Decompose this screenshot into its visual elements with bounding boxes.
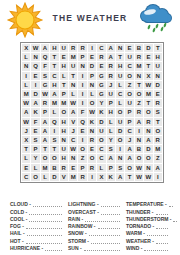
- grid-cell: I: [78, 99, 86, 107]
- grid-cell: R: [97, 53, 105, 61]
- grid-cell: W: [22, 99, 30, 107]
- grid-cell: V: [60, 173, 68, 181]
- grid-cell: R: [78, 44, 86, 52]
- word-entry: SUN -: [68, 244, 126, 251]
- grid-cell: A: [41, 136, 49, 144]
- grid-cell: L: [107, 118, 115, 126]
- grid-cell: N: [69, 81, 77, 89]
- grid-cell: I: [154, 173, 162, 181]
- grid-cell: D: [31, 90, 39, 98]
- word-entry: HOT -: [10, 236, 68, 243]
- grid-cell: C: [97, 154, 105, 162]
- grid-cell: W: [135, 173, 143, 181]
- grid-cell: P: [107, 99, 115, 107]
- grid-cell: E: [69, 164, 77, 172]
- grid-cell: T: [154, 44, 162, 52]
- grid-cell: C: [69, 136, 77, 144]
- word-entry: TORNADO -: [126, 222, 174, 229]
- grid-cell: E: [31, 72, 39, 80]
- grid-cell: M: [69, 53, 77, 61]
- grid-cell: B: [50, 164, 58, 172]
- word-label: HURRICANE -: [10, 246, 43, 251]
- grid-cell: T: [116, 53, 124, 61]
- grid-cell: O: [125, 164, 133, 172]
- word-entry: WARM -: [126, 229, 174, 236]
- grid-cell: Z: [125, 81, 133, 89]
- word-entry: COLD -: [10, 207, 68, 214]
- grid-cell: C: [50, 72, 58, 80]
- grid-cell: T: [125, 173, 133, 181]
- grid-cell: A: [22, 108, 30, 116]
- grid-cell: A: [69, 108, 77, 116]
- grid-cell: R: [60, 164, 68, 172]
- grid-cell: E: [88, 53, 96, 61]
- grid-cell: X: [22, 136, 30, 144]
- grid-cell: O: [154, 127, 162, 135]
- grid-cell: P: [88, 72, 96, 80]
- grid-cell: L: [22, 53, 30, 61]
- grid-cell: R: [135, 53, 143, 61]
- grid-cell: A: [154, 164, 162, 172]
- grid-cell: I: [116, 145, 124, 153]
- grid-cell: N: [69, 154, 77, 162]
- grid-cell: L: [116, 81, 124, 89]
- grid-cell: U: [60, 145, 68, 153]
- grid-cell: A: [41, 127, 49, 135]
- grid-cell: H: [60, 118, 68, 126]
- grid-cell: T: [144, 62, 152, 70]
- grid-cell: N: [22, 62, 30, 70]
- grid-cell: G: [97, 72, 105, 80]
- grid-cell: B: [135, 145, 143, 153]
- grid-cell: A: [50, 90, 58, 98]
- answer-blank[interactable]: [84, 246, 120, 251]
- rain-drops-icon: [147, 22, 167, 32]
- grid-cell: T: [154, 118, 162, 126]
- grid-cell: P: [107, 164, 115, 172]
- grid-cell: H: [107, 108, 115, 116]
- word-entry: LIGHTNING -: [68, 200, 126, 207]
- grid-cell: C: [97, 44, 105, 52]
- word-entry: THUNDER -: [126, 207, 174, 214]
- word-column: CLOUD -COLD -COOL -FOG -HAIL -HOT -HURRI…: [10, 200, 68, 251]
- grid-cell: Y: [107, 136, 115, 144]
- grid-cell: P: [125, 118, 133, 126]
- grid-cell: Z: [154, 154, 162, 162]
- grid-cell: J: [125, 136, 133, 144]
- grid-cell: O: [125, 72, 133, 80]
- grid-cell: N: [116, 154, 124, 162]
- grid-cell: N: [144, 164, 152, 172]
- grid-cell: M: [60, 99, 68, 107]
- grid-cell: S: [116, 164, 124, 172]
- grid-cell: W: [88, 108, 96, 116]
- grid-cell: D: [144, 145, 152, 153]
- word-entry: OVERCAST -: [68, 207, 126, 214]
- grid-cell: R: [135, 108, 143, 116]
- grid-cell: A: [116, 173, 124, 181]
- grid-cell: E: [125, 44, 133, 52]
- grid-cell: R: [107, 72, 115, 80]
- grid-cell: I: [88, 44, 96, 52]
- grid-cell: N: [135, 72, 143, 80]
- grid-cell: T: [135, 81, 143, 89]
- word-entry: STORM -: [68, 236, 126, 243]
- grid-cell: T: [41, 145, 49, 153]
- grid-cell: Q: [50, 118, 58, 126]
- grid-cell: O: [97, 136, 105, 144]
- word-entry: HAIL -: [10, 229, 68, 236]
- grid-cell: Y: [31, 154, 39, 162]
- grid-cell: U: [125, 53, 133, 61]
- grid-cell: O: [135, 90, 143, 98]
- grid-cell: A: [125, 145, 133, 153]
- grid-cell: Q: [78, 118, 86, 126]
- grid-cell: L: [31, 164, 39, 172]
- word-entry: RAIN -: [68, 215, 126, 222]
- grid-cell: F: [78, 108, 86, 116]
- grid-cell: E: [154, 90, 162, 98]
- grid-cell: D: [97, 118, 105, 126]
- grid-cell: S: [154, 108, 162, 116]
- grid-cell: M: [135, 62, 143, 70]
- grid-cell: E: [31, 127, 39, 135]
- grid-cell: L: [60, 72, 68, 80]
- grid-cell: C: [125, 127, 133, 135]
- grid-cell: A: [135, 118, 143, 126]
- grid-cell: N: [88, 127, 96, 135]
- word-entry: THUNDERSTORM -: [126, 215, 174, 222]
- grid-cell: T: [60, 81, 68, 89]
- grid-cell: P: [78, 53, 86, 61]
- grid-cell: T: [50, 62, 58, 70]
- grid-cell: C: [22, 173, 30, 181]
- word-list: CLOUD -COLD -COOL -FOG -HAIL -HOT -HURRI…: [10, 200, 174, 251]
- grid-cell: I: [78, 81, 86, 89]
- grid-cell: I: [22, 72, 30, 80]
- grid-cell: S: [50, 136, 58, 144]
- grid-cell: G: [97, 90, 105, 98]
- grid-cell: S: [41, 72, 49, 80]
- grid-cell: Z: [135, 99, 143, 107]
- grid-cell: K: [88, 118, 96, 126]
- word-column: LIGHTNING -OVERCAST -RAIN -RAINBOW -SNOW…: [68, 200, 126, 251]
- grid-cell: I: [135, 127, 143, 135]
- word-entry: COOL -: [10, 215, 68, 222]
- grid-cell: H: [154, 53, 162, 61]
- grid-cell: R: [88, 164, 96, 172]
- grid-cell: U: [69, 62, 77, 70]
- grid-cell: L: [107, 127, 115, 135]
- grid-cell: L: [41, 173, 49, 181]
- grid-cell: T: [50, 53, 58, 61]
- word-entry: HURRICANE -: [10, 244, 68, 251]
- word-column: TEMPERATURE -THUNDER -THUNDERSTORM -TORN…: [126, 200, 174, 251]
- grid-cell: X: [97, 173, 105, 181]
- grid-cell: D: [144, 44, 152, 52]
- grid-cell: R: [107, 62, 115, 70]
- grid-cell: U: [116, 118, 124, 126]
- grid-cell: E: [144, 53, 152, 61]
- grid-cell: S: [31, 136, 39, 144]
- grid-cell: T: [69, 72, 77, 80]
- grid-cell: N: [60, 136, 68, 144]
- grid-cell: I: [50, 127, 58, 135]
- word-label: WIND -: [126, 246, 142, 251]
- grid-cell: S: [107, 145, 115, 153]
- word-entry: WEATHER -: [126, 236, 174, 243]
- grid-cell: U: [60, 44, 68, 52]
- grid-cell: N: [31, 53, 39, 61]
- grid-cell: W: [69, 99, 77, 107]
- grid-cell: P: [60, 90, 68, 98]
- grid-cell: J: [107, 81, 115, 89]
- answer-blank[interactable]: [45, 246, 62, 251]
- grid-cell: L: [97, 164, 105, 172]
- grid-cell: L: [50, 108, 58, 116]
- word-entry: TEMPERATURE -: [126, 200, 174, 207]
- grid-cell: Q: [41, 53, 49, 61]
- grid-cell: A: [41, 44, 49, 52]
- grid-cell: N: [116, 44, 124, 52]
- grid-cell: E: [22, 164, 30, 172]
- grid-cell: M: [50, 99, 58, 107]
- grid-cell: O: [125, 90, 133, 98]
- grid-cell: F: [41, 62, 49, 70]
- grid-cell: E: [88, 145, 96, 153]
- grid-cell: M: [22, 90, 30, 98]
- grid-cell: A: [31, 99, 39, 107]
- grid-cell: W: [31, 44, 39, 52]
- grid-cell: A: [144, 136, 152, 144]
- grid-cell: O: [116, 136, 124, 144]
- grid-cell: W: [144, 173, 152, 181]
- grid-cell: H: [60, 127, 68, 135]
- grid-cell: H: [50, 44, 58, 52]
- word-entry: CLOUD -: [10, 200, 68, 207]
- grid-cell: E: [60, 53, 68, 61]
- grid-cell: T: [50, 145, 58, 153]
- grid-cell: R: [41, 99, 49, 107]
- grid-cell: I: [78, 90, 86, 98]
- grid-cell: U: [125, 99, 133, 107]
- grid-cell: P: [125, 108, 133, 116]
- grid-cell: A: [107, 154, 115, 162]
- grid-cell: W: [69, 145, 77, 153]
- wordsearch-grid: XWAHURRICANEBDTLNQTEMPERATUREHNQFTHUNDER…: [20, 42, 164, 183]
- grid-cell: V: [69, 118, 77, 126]
- grid-cell: R: [144, 118, 152, 126]
- grid-cell: E: [97, 62, 105, 70]
- grid-cell: J: [22, 127, 30, 135]
- grid-cell: X: [144, 72, 152, 80]
- grid-cell: T: [144, 99, 152, 107]
- grid-cell: N: [154, 72, 162, 80]
- grid-cell: L: [116, 99, 124, 107]
- grid-cell: B: [135, 44, 143, 52]
- grid-cell: D: [88, 62, 96, 70]
- grid-cell: X: [22, 44, 30, 52]
- grid-cell: I: [78, 72, 86, 80]
- word-entry: WIND -: [126, 244, 174, 251]
- grid-cell: P: [31, 145, 39, 153]
- word-entry: SNOW -: [68, 229, 126, 236]
- grid-cell: Z: [78, 154, 86, 162]
- grid-cell: D: [116, 127, 124, 135]
- grid-cell: F: [31, 118, 39, 126]
- grid-cell: M: [69, 173, 77, 181]
- grid-cell: K: [97, 108, 105, 116]
- grid-cell: U: [97, 127, 105, 135]
- grid-cell: A: [41, 118, 49, 126]
- grid-cell: H: [50, 81, 58, 89]
- grid-cell: O: [50, 154, 58, 162]
- worksheet-page: THE WEATHER XWAHURRICANEBDTLNQTEMPERATUR…: [0, 0, 180, 255]
- grid-cell: P: [41, 108, 49, 116]
- grid-cell: L: [22, 154, 30, 162]
- grid-cell: R: [154, 99, 162, 107]
- grid-cell: W: [135, 164, 143, 172]
- grid-cell: L: [22, 81, 30, 89]
- grid-cell: O: [41, 154, 49, 162]
- grid-cell: C: [97, 145, 105, 153]
- word-entry: RAINBOW -: [68, 222, 126, 229]
- grid-cell: A: [107, 44, 115, 52]
- grid-cell: I: [78, 136, 86, 144]
- grid-cell: R: [69, 44, 77, 52]
- grid-cell: J: [69, 127, 77, 135]
- grid-cell: L: [88, 90, 96, 98]
- grid-cell: T: [22, 145, 30, 153]
- grid-cell: H: [60, 154, 68, 162]
- grid-cell: D: [154, 81, 162, 89]
- grid-cell: G: [97, 81, 105, 89]
- grid-cell: H: [60, 62, 68, 70]
- grid-cell: O: [88, 99, 96, 107]
- grid-cell: D: [50, 173, 58, 181]
- grid-cell: I: [31, 81, 39, 89]
- grid-cell: E: [78, 127, 86, 135]
- word-entry: FOG -: [10, 222, 68, 229]
- grid-cell: K: [31, 108, 39, 116]
- grid-cell: N: [78, 62, 86, 70]
- grid-cell: O: [88, 154, 96, 162]
- grid-cell: P: [78, 164, 86, 172]
- grid-cell: O: [78, 145, 86, 153]
- word-label: SUN -: [68, 246, 82, 251]
- grid-cell: U: [154, 62, 162, 70]
- grid-cell: L: [69, 90, 77, 98]
- grid-cell: M: [144, 90, 152, 98]
- grid-cell: A: [125, 154, 133, 162]
- grid-cell: O: [116, 108, 124, 116]
- grid-cell: O: [31, 173, 39, 181]
- grid-cell: Y: [97, 99, 105, 107]
- grid-cell: O: [144, 108, 152, 116]
- grid-cell: Q: [31, 62, 39, 70]
- grid-cell: O: [135, 154, 143, 162]
- grid-cell: M: [41, 164, 49, 172]
- grid-cell: R: [154, 136, 162, 144]
- grid-cell: N: [144, 127, 152, 135]
- grid-cell: I: [88, 173, 96, 181]
- grid-cell: O: [60, 108, 68, 116]
- grid-cell: W: [144, 81, 152, 89]
- rain-cloud-icon: [136, 4, 174, 34]
- grid-cell: G: [41, 81, 49, 89]
- answer-blank[interactable]: [173, 217, 177, 222]
- grid-cell: R: [78, 173, 86, 181]
- grid-cell: W: [41, 90, 49, 98]
- grid-cell: N: [88, 81, 96, 89]
- grid-cell: W: [22, 118, 30, 126]
- grid-cell: C: [125, 62, 133, 70]
- grid-cell: K: [107, 173, 115, 181]
- grid-cell: C: [116, 90, 124, 98]
- grid-cell: U: [116, 72, 124, 80]
- grid-cell: U: [107, 90, 115, 98]
- grid-cell: O: [144, 154, 152, 162]
- answer-blank[interactable]: [144, 246, 168, 251]
- grid-cell: R: [88, 136, 96, 144]
- grid-cell: H: [116, 62, 124, 70]
- grid-cell: M: [154, 145, 162, 153]
- grid-cell: N: [135, 136, 143, 144]
- grid-cell: A: [107, 53, 115, 61]
